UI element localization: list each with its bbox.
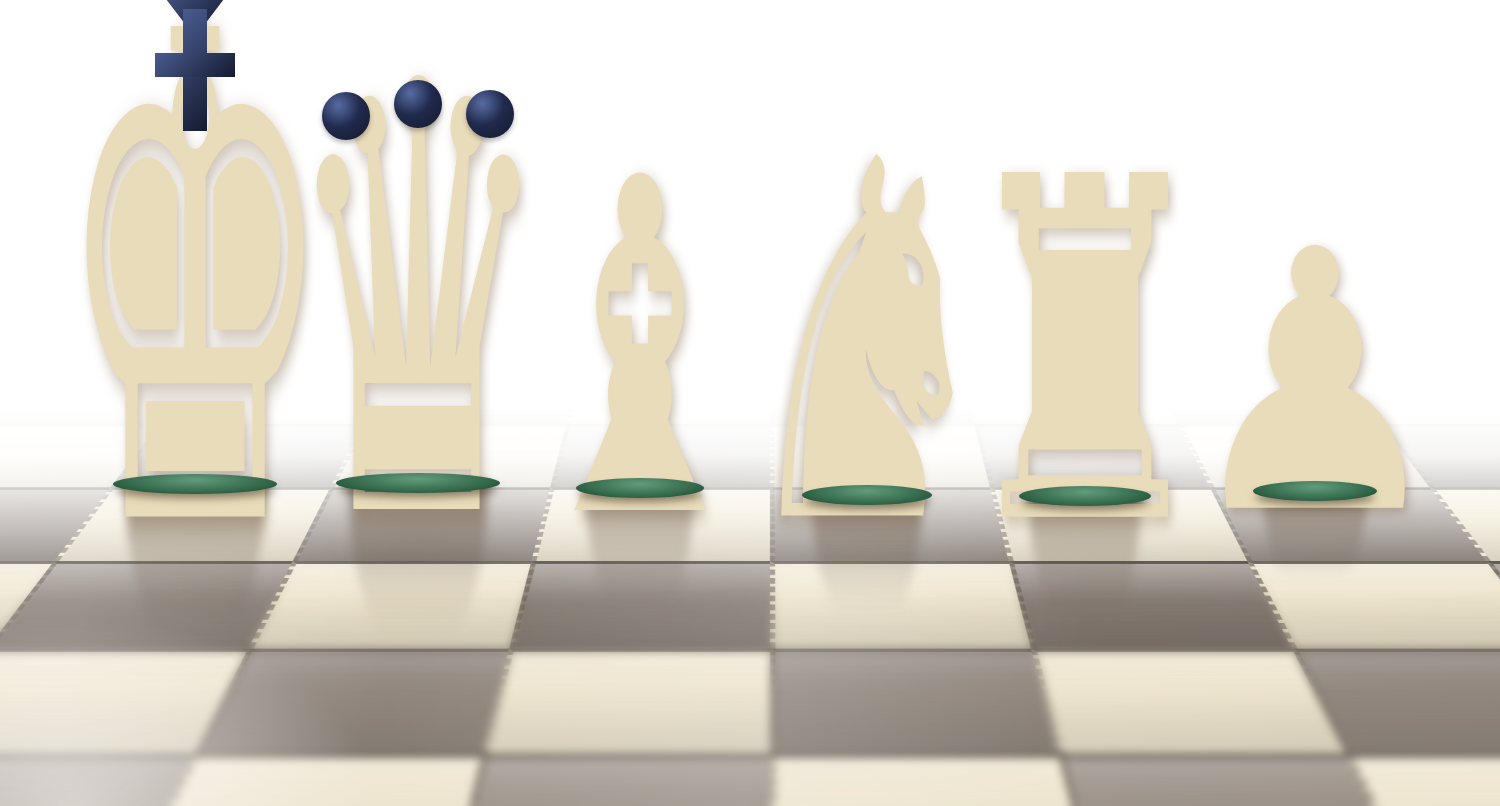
king-cross-finial <box>150 0 240 147</box>
board-square <box>482 649 770 755</box>
board-square <box>1031 649 1346 755</box>
board-square <box>449 754 770 806</box>
board-square <box>770 649 1058 755</box>
piece-white-bishop[interactable]: ♝ <box>560 183 720 493</box>
rook-felt-base <box>1019 486 1150 506</box>
piece-white-knight[interactable]: ♞ <box>786 168 948 500</box>
pawn-glyph: ♟ <box>1181 204 1450 564</box>
rook-glyph: ♜ <box>953 118 1217 590</box>
piece-white-queen[interactable]: ♛ <box>315 90 521 488</box>
board-square <box>0 754 194 806</box>
bishop-felt-base <box>576 478 704 498</box>
board-square <box>1346 754 1500 806</box>
piece-white-rook[interactable]: ♜ <box>1003 183 1167 501</box>
bishop-glyph: ♝ <box>514 119 765 581</box>
pawn-felt-base <box>1253 481 1376 501</box>
knight-felt-base <box>802 485 932 505</box>
king-felt-base <box>113 474 278 494</box>
chess-set-product-photo: ♚ ♛ ♝ ♞ ♜ ♟ <box>0 0 1500 806</box>
piece-white-pawn[interactable]: ♟ <box>1238 256 1392 496</box>
piece-white-king[interactable]: ♚ <box>92 1 298 489</box>
board-square <box>770 754 1091 806</box>
queen-ball-finials <box>320 80 516 140</box>
queen-felt-base <box>336 473 501 493</box>
